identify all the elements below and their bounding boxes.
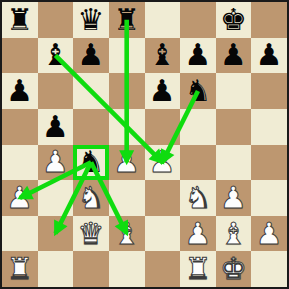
white-pawn-e4[interactable]: ♟ — [145, 145, 181, 181]
white-pawn-b4[interactable]: ♟ — [38, 145, 74, 181]
white-king-g1[interactable]: ♚ — [216, 251, 252, 287]
white-knight-f3[interactable]: ♞ — [180, 180, 216, 216]
black-bishop-e7[interactable]: ♝ — [145, 38, 181, 74]
white-bishop-d2[interactable]: ♝ — [109, 216, 145, 252]
piece-layer: ♜♛♜♚♝♟♝♟♟♟♟♟♞♟♞♟♟♟♟♞♞♟♛♝♟♝♟♜♜♚ — [2, 2, 287, 287]
black-knight-f6[interactable]: ♞ — [180, 73, 216, 109]
white-pawn-f2[interactable]: ♟ — [180, 216, 216, 252]
black-pawn-g7[interactable]: ♟ — [216, 38, 252, 74]
black-king-g8[interactable]: ♚ — [216, 2, 252, 38]
black-pawn-h7[interactable]: ♟ — [251, 38, 287, 74]
white-queen-c2[interactable]: ♛ — [73, 216, 109, 252]
white-bishop-g2[interactable]: ♝ — [216, 216, 252, 252]
white-rook-a1[interactable]: ♜ — [2, 251, 38, 287]
white-rook-f1[interactable]: ♜ — [180, 251, 216, 287]
white-pawn-a3[interactable]: ♟ — [2, 180, 38, 216]
white-pawn-h2[interactable]: ♟ — [251, 216, 287, 252]
white-knight-c3[interactable]: ♞ — [73, 180, 109, 216]
black-knight-c4[interactable]: ♞ — [73, 145, 109, 181]
black-pawn-f7[interactable]: ♟ — [180, 38, 216, 74]
black-pawn-b5[interactable]: ♟ — [38, 109, 74, 145]
black-rook-d8[interactable]: ♜ — [109, 2, 145, 38]
white-pawn-d4[interactable]: ♟ — [109, 145, 145, 181]
chess-board: ♜♛♜♚♝♟♝♟♟♟♟♟♞♟♞♟♟♟♟♞♞♟♛♝♟♝♟♜♜♚ — [0, 0, 289, 289]
black-bishop-b7[interactable]: ♝ — [38, 38, 74, 74]
black-pawn-e6[interactable]: ♟ — [145, 73, 181, 109]
black-pawn-a6[interactable]: ♟ — [2, 73, 38, 109]
white-pawn-g3[interactable]: ♟ — [216, 180, 252, 216]
black-pawn-c7[interactable]: ♟ — [73, 38, 109, 74]
black-rook-a8[interactable]: ♜ — [2, 2, 38, 38]
black-queen-c8[interactable]: ♛ — [73, 2, 109, 38]
